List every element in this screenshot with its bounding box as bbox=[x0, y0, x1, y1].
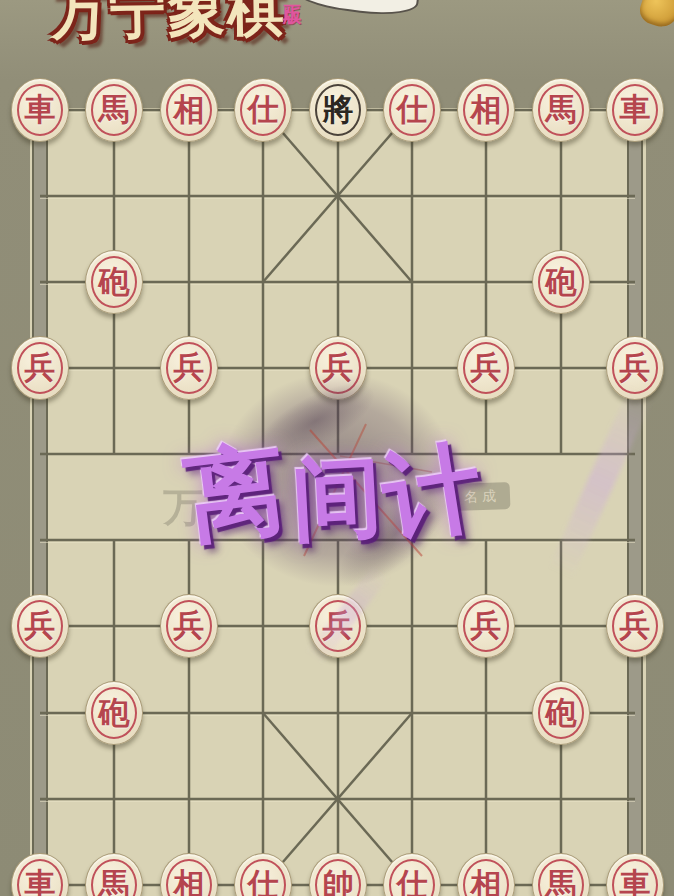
board-right-band bbox=[628, 108, 642, 896]
piece-red-車[interactable]: 車 bbox=[606, 853, 664, 896]
piece-red-帥[interactable]: 帥 bbox=[309, 853, 367, 896]
piece-glyph: 兵 bbox=[607, 595, 663, 657]
piece-glyph: 兵 bbox=[607, 337, 663, 399]
piece-red-兵[interactable]: 兵 bbox=[11, 336, 69, 400]
watermark-right-pill: 名成 bbox=[454, 482, 511, 511]
piece-red-相[interactable]: 相 bbox=[160, 853, 218, 896]
piece-red-馬[interactable]: 馬 bbox=[532, 78, 590, 142]
piece-glyph: 仕 bbox=[235, 854, 291, 896]
piece-red-兵[interactable]: 兵 bbox=[606, 336, 664, 400]
piece-red-兵[interactable]: 兵 bbox=[160, 336, 218, 400]
piece-glyph: 車 bbox=[607, 79, 663, 141]
piece-glyph: 仕 bbox=[384, 854, 440, 896]
piece-glyph: 馬 bbox=[533, 854, 589, 896]
piece-red-馬[interactable]: 馬 bbox=[85, 853, 143, 896]
piece-red-馬[interactable]: 馬 bbox=[532, 853, 590, 896]
piece-glyph: 兵 bbox=[161, 337, 217, 399]
piece-glyph: 砲 bbox=[533, 251, 589, 313]
piece-glyph: 兵 bbox=[458, 595, 514, 657]
piece-glyph: 帥 bbox=[310, 854, 366, 896]
piece-red-車[interactable]: 車 bbox=[606, 78, 664, 142]
piece-red-仕[interactable]: 仕 bbox=[383, 853, 441, 896]
piece-glyph: 兵 bbox=[310, 595, 366, 657]
piece-red-車[interactable]: 車 bbox=[11, 853, 69, 896]
piece-red-車[interactable]: 車 bbox=[11, 78, 69, 142]
piece-glyph: 砲 bbox=[86, 682, 142, 744]
piece-red-兵[interactable]: 兵 bbox=[606, 594, 664, 658]
piece-red-砲[interactable]: 砲 bbox=[532, 250, 590, 314]
piece-glyph: 馬 bbox=[86, 854, 142, 896]
piece-glyph: 兵 bbox=[310, 337, 366, 399]
game-logo: 万宁象棋 bbox=[49, 0, 286, 53]
piece-glyph: 相 bbox=[458, 854, 514, 896]
piece-red-兵[interactable]: 兵 bbox=[309, 594, 367, 658]
piece-red-砲[interactable]: 砲 bbox=[85, 681, 143, 745]
board-left-band bbox=[33, 108, 47, 896]
piece-glyph: 兵 bbox=[12, 595, 68, 657]
watermark-left: 万 bbox=[163, 480, 203, 535]
piece-glyph: 馬 bbox=[533, 79, 589, 141]
piece-red-兵[interactable]: 兵 bbox=[457, 336, 515, 400]
piece-black-將[interactable]: 將 bbox=[309, 78, 367, 142]
watermark-right-label: 名成 bbox=[464, 487, 501, 506]
piece-red-仕[interactable]: 仕 bbox=[234, 78, 292, 142]
piece-glyph: 車 bbox=[12, 79, 68, 141]
piece-red-仕[interactable]: 仕 bbox=[383, 78, 441, 142]
piece-red-兵[interactable]: 兵 bbox=[309, 336, 367, 400]
piece-glyph: 兵 bbox=[458, 337, 514, 399]
piece-glyph: 相 bbox=[161, 79, 217, 141]
piece-red-仕[interactable]: 仕 bbox=[234, 853, 292, 896]
piece-red-兵[interactable]: 兵 bbox=[11, 594, 69, 658]
piece-red-砲[interactable]: 砲 bbox=[532, 681, 590, 745]
piece-glyph: 仕 bbox=[384, 79, 440, 141]
piece-red-砲[interactable]: 砲 bbox=[85, 250, 143, 314]
piece-red-兵[interactable]: 兵 bbox=[160, 594, 218, 658]
piece-red-兵[interactable]: 兵 bbox=[457, 594, 515, 658]
piece-glyph: 相 bbox=[458, 79, 514, 141]
piece-glyph: 馬 bbox=[86, 79, 142, 141]
piece-glyph: 兵 bbox=[161, 595, 217, 657]
piece-glyph: 車 bbox=[607, 854, 663, 896]
piece-red-相[interactable]: 相 bbox=[457, 853, 515, 896]
piece-red-馬[interactable]: 馬 bbox=[85, 78, 143, 142]
piece-glyph: 將 bbox=[310, 79, 366, 141]
piece-glyph: 相 bbox=[161, 854, 217, 896]
piece-red-相[interactable]: 相 bbox=[457, 78, 515, 142]
piece-glyph: 車 bbox=[12, 854, 68, 896]
piece-glyph: 砲 bbox=[86, 251, 142, 313]
piece-glyph: 兵 bbox=[12, 337, 68, 399]
piece-glyph: 砲 bbox=[533, 682, 589, 744]
piece-red-相[interactable]: 相 bbox=[160, 78, 218, 142]
piece-glyph: 仕 bbox=[235, 79, 291, 141]
xiangqi-game-screen: 万宁象棋 正版 万 名成 車馬相仕將仕相馬車砲砲兵兵兵兵兵兵兵兵兵兵砲砲車馬相仕… bbox=[0, 0, 674, 896]
